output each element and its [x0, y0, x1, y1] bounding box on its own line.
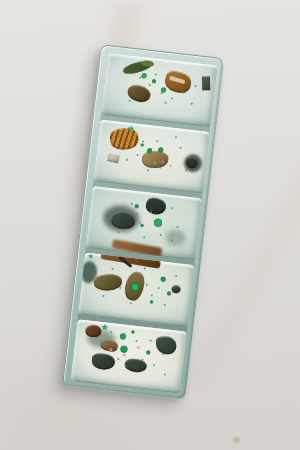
photo-scene — [0, 0, 300, 450]
speck-inclusion — [191, 103, 193, 105]
speck-inclusion — [117, 358, 119, 360]
speck-inclusion — [175, 275, 177, 277]
leaf-inclusion — [141, 60, 154, 66]
dot-inclusion — [120, 333, 127, 340]
star-inclusion — [87, 253, 94, 260]
speck-inclusion — [123, 354, 126, 357]
speck-inclusion — [146, 284, 148, 286]
speck-inclusion — [129, 100, 131, 102]
speck-inclusion — [156, 140, 158, 142]
stick-inclusion — [112, 239, 163, 257]
chunk-inclusion — [124, 357, 148, 374]
speck-inclusion — [164, 373, 166, 375]
dot-inclusion — [135, 204, 139, 208]
smudge-inclusion — [165, 229, 187, 247]
speck-inclusion — [136, 154, 138, 156]
speck-inclusion — [159, 166, 161, 168]
dot-inclusion — [150, 300, 153, 303]
speck-inclusion — [175, 136, 177, 138]
dot-inclusion — [146, 350, 150, 354]
speck-inclusion — [142, 140, 144, 142]
speck-inclusion — [147, 169, 149, 171]
bar-segment — [78, 253, 194, 327]
speck-inclusion — [183, 92, 185, 94]
dot-inclusion — [152, 79, 156, 83]
dot-inclusion — [120, 345, 128, 353]
bar-segment — [101, 53, 217, 127]
speck-inclusion — [158, 287, 160, 289]
speck-inclusion — [165, 102, 167, 104]
speck-inclusion — [139, 77, 141, 79]
speck-inclusion — [151, 294, 153, 296]
speck-inclusion — [177, 226, 179, 228]
speck-inclusion — [153, 364, 155, 366]
speck-inclusion — [137, 346, 140, 349]
speck-inclusion — [185, 169, 187, 171]
speck-inclusion — [155, 73, 157, 75]
chunk-inclusion — [171, 285, 181, 294]
speck-inclusion — [162, 353, 164, 355]
speck-inclusion — [111, 268, 113, 270]
speck-inclusion — [135, 340, 137, 342]
speck-inclusion — [171, 97, 173, 99]
speck-inclusion — [166, 155, 168, 157]
bar-segment — [93, 120, 209, 194]
speck-inclusion — [126, 159, 128, 161]
speck-inclusion — [141, 359, 143, 361]
chunk-inclusion — [85, 325, 102, 338]
wax-bar-segments — [71, 53, 218, 393]
bar-segment — [71, 319, 187, 393]
bar-segment — [86, 186, 202, 260]
chunk-inclusion — [107, 153, 119, 163]
speck-inclusion — [171, 207, 173, 209]
speck-inclusion — [180, 147, 182, 149]
chunk-inclusion — [202, 76, 210, 90]
chunk-inclusion — [111, 212, 135, 229]
speck-inclusion — [161, 92, 163, 94]
chunk-inclusion — [142, 150, 169, 168]
speck-inclusion — [148, 84, 150, 86]
speck-inclusion — [131, 203, 133, 205]
dot-inclusion — [154, 218, 163, 227]
speck-inclusion — [195, 85, 197, 87]
speck-inclusion — [119, 287, 121, 289]
speck-inclusion — [169, 165, 171, 167]
speck-inclusion — [144, 267, 146, 269]
marble-fleck — [233, 437, 240, 443]
speck-inclusion — [164, 304, 166, 306]
dot-inclusion — [141, 143, 144, 146]
speck-inclusion — [150, 340, 152, 342]
speck-inclusion — [160, 234, 162, 236]
dot-inclusion — [160, 276, 166, 282]
chunk-inclusion — [144, 196, 168, 217]
chunk-inclusion — [92, 353, 115, 369]
dot-inclusion — [140, 224, 143, 227]
dot-inclusion — [131, 330, 134, 333]
speck-inclusion — [130, 302, 132, 304]
chunk-inclusion — [109, 127, 140, 151]
chunk-inclusion — [156, 336, 177, 355]
speck-inclusion — [118, 231, 120, 233]
dot-inclusion — [167, 291, 171, 295]
wax-snap-bar — [62, 44, 224, 400]
speck-inclusion — [143, 236, 145, 238]
dot-inclusion — [141, 73, 147, 79]
speck-inclusion — [102, 295, 104, 297]
chunk-inclusion — [94, 274, 122, 291]
